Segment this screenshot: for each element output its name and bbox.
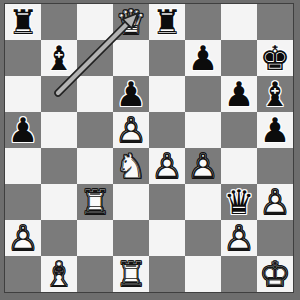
square-f7[interactable]: ♟ [185, 40, 221, 76]
square-h8[interactable] [257, 4, 293, 40]
piece-white-pawn[interactable]: ♟♙ [257, 184, 293, 220]
square-e2[interactable] [149, 220, 185, 256]
square-b1[interactable]: ♝♗ [41, 256, 77, 292]
piece-black-pawn[interactable]: ♟ [5, 112, 41, 148]
square-g2[interactable]: ♟♙ [221, 220, 257, 256]
piece-black-pawn[interactable]: ♟ [221, 76, 257, 112]
square-d3[interactable] [113, 184, 149, 220]
square-f5[interactable] [185, 112, 221, 148]
white-king-outline-icon: ♔ [257, 256, 293, 292]
black-pawn-icon: ♟ [113, 76, 149, 112]
square-f8[interactable] [185, 4, 221, 40]
piece-white-bishop[interactable]: ♝♗ [41, 256, 77, 292]
chessboard-diagram: ♜♛♕♜♝♟♚♟♟♝♟♟♙♟♞♘♟♙♟♙♜♖♛♟♙♟♙♟♙♝♗♜♖♚♔ [0, 0, 300, 300]
square-a7[interactable] [5, 40, 41, 76]
black-rook-icon: ♜ [149, 4, 185, 40]
square-g7[interactable] [221, 40, 257, 76]
square-e8[interactable]: ♜ [149, 4, 185, 40]
square-f6[interactable] [185, 76, 221, 112]
piece-black-rook[interactable]: ♜ [5, 4, 41, 40]
square-e6[interactable] [149, 76, 185, 112]
piece-white-pawn[interactable]: ♟♙ [5, 220, 41, 256]
square-a8[interactable]: ♜ [5, 4, 41, 40]
square-d2[interactable] [113, 220, 149, 256]
white-rook-outline-icon: ♖ [77, 184, 113, 220]
white-queen-outline-icon: ♕ [113, 4, 149, 40]
black-king-icon: ♚ [257, 40, 293, 76]
square-b3[interactable] [41, 184, 77, 220]
square-f3[interactable] [185, 184, 221, 220]
square-f4[interactable]: ♟♙ [185, 148, 221, 184]
square-d1[interactable]: ♜♖ [113, 256, 149, 292]
square-a3[interactable] [5, 184, 41, 220]
white-bishop-outline-icon: ♗ [41, 256, 77, 292]
piece-black-pawn[interactable]: ♟ [185, 40, 221, 76]
square-h4[interactable] [257, 148, 293, 184]
square-d6[interactable]: ♟ [113, 76, 149, 112]
square-h1[interactable]: ♚♔ [257, 256, 293, 292]
white-pawn-outline-icon: ♙ [149, 148, 185, 184]
white-rook-outline-icon: ♖ [113, 256, 149, 292]
piece-black-king[interactable]: ♚ [257, 40, 293, 76]
black-queen-icon: ♛ [221, 184, 257, 220]
square-e4[interactable]: ♟♙ [149, 148, 185, 184]
square-d7[interactable] [113, 40, 149, 76]
white-pawn-outline-icon: ♙ [221, 220, 257, 256]
black-pawn-icon: ♟ [221, 76, 257, 112]
square-d8[interactable]: ♛♕ [113, 4, 149, 40]
chess-board: ♜♛♕♜♝♟♚♟♟♝♟♟♙♟♞♘♟♙♟♙♜♖♛♟♙♟♙♟♙♝♗♜♖♚♔ [4, 3, 294, 293]
piece-black-bishop[interactable]: ♝ [257, 76, 293, 112]
square-e1[interactable] [149, 256, 185, 292]
square-c7[interactable] [77, 40, 113, 76]
white-knight-outline-icon: ♘ [113, 148, 149, 184]
piece-white-king[interactable]: ♚♔ [257, 256, 293, 292]
piece-white-knight[interactable]: ♞♘ [113, 148, 149, 184]
piece-black-queen[interactable]: ♛ [221, 184, 257, 220]
white-pawn-outline-icon: ♙ [5, 220, 41, 256]
square-e3[interactable] [149, 184, 185, 220]
square-g8[interactable] [221, 4, 257, 40]
piece-white-pawn[interactable]: ♟♙ [185, 148, 221, 184]
square-c2[interactable] [77, 220, 113, 256]
piece-black-rook[interactable]: ♜ [149, 4, 185, 40]
black-pawn-icon: ♟ [185, 40, 221, 76]
black-rook-icon: ♜ [5, 4, 41, 40]
square-c6[interactable] [77, 76, 113, 112]
square-h7[interactable]: ♚ [257, 40, 293, 76]
square-c1[interactable] [77, 256, 113, 292]
square-b6[interactable] [41, 76, 77, 112]
square-g1[interactable] [221, 256, 257, 292]
square-f2[interactable] [185, 220, 221, 256]
square-g4[interactable] [221, 148, 257, 184]
square-c5[interactable] [77, 112, 113, 148]
square-c8[interactable] [77, 4, 113, 40]
square-d5[interactable]: ♟♙ [113, 112, 149, 148]
square-e7[interactable] [149, 40, 185, 76]
black-pawn-icon: ♟ [257, 112, 293, 148]
black-bishop-icon: ♝ [41, 40, 77, 76]
square-b2[interactable] [41, 220, 77, 256]
square-a4[interactable] [5, 148, 41, 184]
piece-white-rook[interactable]: ♜♖ [77, 184, 113, 220]
white-pawn-outline-icon: ♙ [113, 112, 149, 148]
square-g5[interactable] [221, 112, 257, 148]
black-pawn-icon: ♟ [5, 112, 41, 148]
piece-white-pawn[interactable]: ♟♙ [221, 220, 257, 256]
square-h6[interactable]: ♝ [257, 76, 293, 112]
white-pawn-outline-icon: ♙ [185, 148, 221, 184]
square-h3[interactable]: ♟♙ [257, 184, 293, 220]
piece-white-pawn[interactable]: ♟♙ [113, 112, 149, 148]
square-e5[interactable] [149, 112, 185, 148]
square-b8[interactable] [41, 4, 77, 40]
square-a5[interactable]: ♟ [5, 112, 41, 148]
square-c4[interactable] [77, 148, 113, 184]
white-pawn-outline-icon: ♙ [257, 184, 293, 220]
square-h5[interactable]: ♟ [257, 112, 293, 148]
square-f1[interactable] [185, 256, 221, 292]
square-a6[interactable] [5, 76, 41, 112]
square-d4[interactable]: ♞♘ [113, 148, 149, 184]
square-g6[interactable]: ♟ [221, 76, 257, 112]
square-a2[interactable]: ♟♙ [5, 220, 41, 256]
square-b5[interactable] [41, 112, 77, 148]
piece-black-pawn[interactable]: ♟ [113, 76, 149, 112]
square-b4[interactable] [41, 148, 77, 184]
piece-black-bishop[interactable]: ♝ [41, 40, 77, 76]
piece-white-queen[interactable]: ♛♕ [113, 4, 149, 40]
piece-white-pawn[interactable]: ♟♙ [149, 148, 185, 184]
piece-white-rook[interactable]: ♜♖ [113, 256, 149, 292]
piece-black-pawn[interactable]: ♟ [257, 112, 293, 148]
square-g3[interactable]: ♛ [221, 184, 257, 220]
square-c3[interactable]: ♜♖ [77, 184, 113, 220]
square-b7[interactable]: ♝ [41, 40, 77, 76]
square-a1[interactable] [5, 256, 41, 292]
black-bishop-icon: ♝ [257, 76, 293, 112]
square-h2[interactable] [257, 220, 293, 256]
